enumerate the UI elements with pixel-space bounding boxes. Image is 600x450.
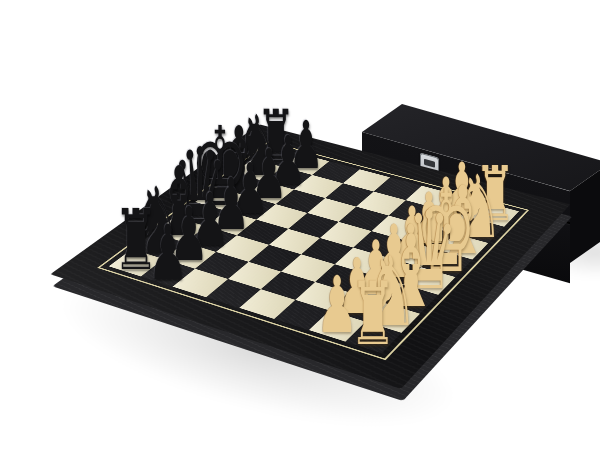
pieces-layer: ♜♟♞♟♝♟♚♟♟♛♜♟♟♝♞♟♟♞♝♟♟♜♚♟♟♛♟♝♟♞♟♜ bbox=[0, 0, 600, 450]
piece-white-rook-a1[interactable]: ♜ bbox=[350, 271, 397, 358]
product-photo-stage: Product photo: ebonised black and boxwoo… bbox=[0, 0, 600, 450]
piece-black-pawn-a7[interactable]: ♟ bbox=[147, 215, 188, 291]
